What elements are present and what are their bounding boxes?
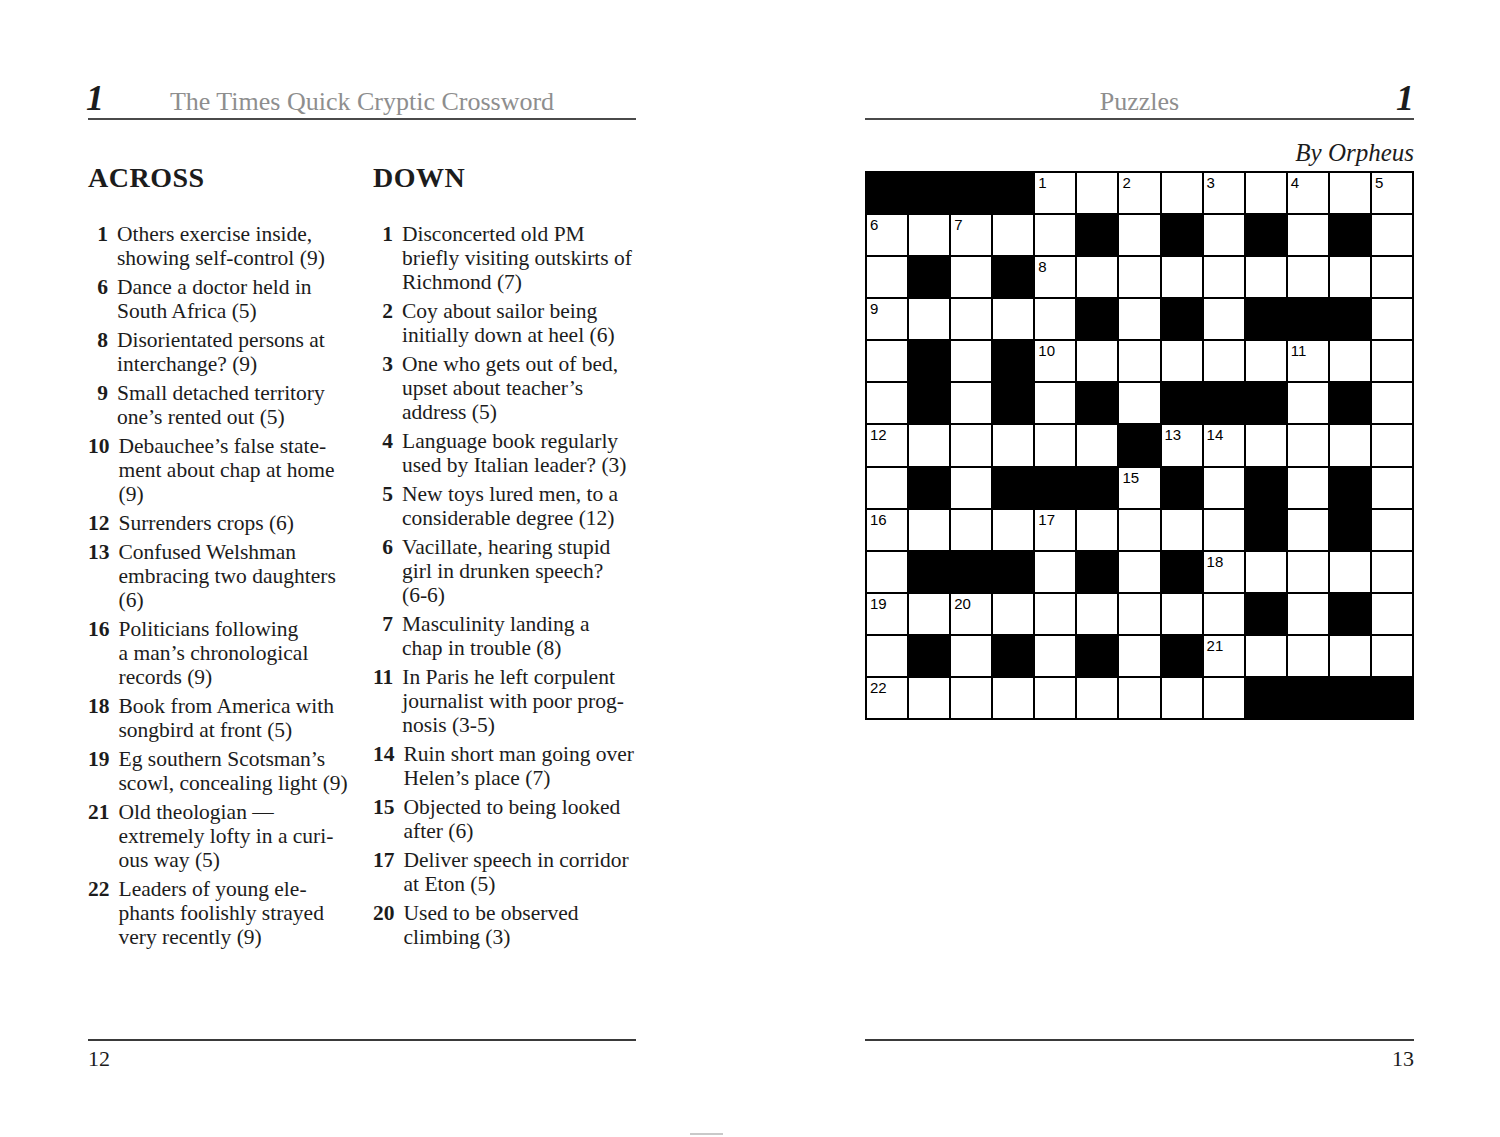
clue: 17Deliver speech in corridor at Eton (5) [373, 848, 675, 896]
white-cell [951, 636, 991, 676]
white-cell [909, 678, 949, 718]
black-cell [1288, 299, 1328, 339]
black-cell [1246, 594, 1286, 634]
white-cell [1288, 468, 1328, 508]
white-cell [1162, 510, 1202, 550]
clue: 16Politicians following a man’s chronolo… [88, 617, 373, 689]
clue: 20Used to be observed climbing (3) [373, 901, 675, 949]
black-cell [1162, 215, 1202, 255]
black-cell [993, 636, 1033, 676]
clue-text: Confused Welshman embracing two daughter… [119, 540, 336, 612]
clue-text: Book from America with songbird at front… [119, 694, 335, 742]
clue-text: Small detached territory one’s rented ou… [117, 381, 325, 429]
black-cell [1246, 299, 1286, 339]
black-cell [1330, 678, 1370, 718]
white-cell [1035, 552, 1075, 592]
across-section: ACROSS 1Others exercise inside, showing … [88, 164, 373, 954]
black-cell [1119, 425, 1159, 465]
black-cell [1162, 383, 1202, 423]
clue-number: 19 [88, 747, 110, 795]
grid-clue-number: 10 [1038, 341, 1055, 360]
clue: 4Language book regularly used by Italian… [373, 429, 675, 477]
white-cell [1077, 173, 1117, 213]
white-cell: 2 [1119, 173, 1159, 213]
black-cell [909, 383, 949, 423]
white-cell [1246, 552, 1286, 592]
grid-clue-number: 5 [1375, 173, 1383, 192]
white-cell: 5 [1372, 173, 1412, 213]
down-clue-list: 1Disconcerted old PM briefly visiting ou… [373, 222, 675, 949]
clue-number: 2 [373, 299, 393, 347]
black-cell [909, 636, 949, 676]
white-cell [1330, 552, 1370, 592]
clue-number: 4 [373, 429, 393, 477]
white-cell [1288, 510, 1328, 550]
white-cell [867, 468, 907, 508]
black-cell [1162, 299, 1202, 339]
white-cell [1162, 678, 1202, 718]
black-cell [909, 341, 949, 381]
clue-text: Language book regularly used by Italian … [402, 429, 626, 477]
black-cell [1077, 636, 1117, 676]
black-cell [909, 257, 949, 297]
white-cell [909, 299, 949, 339]
clue-number: 21 [88, 800, 110, 872]
black-cell [993, 383, 1033, 423]
white-cell [1119, 341, 1159, 381]
white-cell: 20 [951, 594, 991, 634]
clue: 15Objected to being looked after (6) [373, 795, 675, 843]
black-cell [993, 468, 1033, 508]
clue-text: Used to be observed climbing (3) [404, 901, 579, 949]
white-cell [1035, 383, 1075, 423]
page-fold-mark [690, 1133, 723, 1135]
left-footer-rule [88, 1039, 636, 1041]
white-cell: 11 [1288, 341, 1328, 381]
white-cell [1288, 215, 1328, 255]
white-cell [867, 257, 907, 297]
white-cell [909, 594, 949, 634]
white-cell [1035, 636, 1075, 676]
black-cell [909, 468, 949, 508]
white-cell: 14 [1204, 425, 1244, 465]
clue: 1Disconcerted old PM briefly visiting ou… [373, 222, 675, 294]
white-cell [1246, 636, 1286, 676]
black-cell [993, 341, 1033, 381]
clue-number: 12 [88, 511, 110, 535]
white-cell [1372, 510, 1412, 550]
white-cell [1035, 215, 1075, 255]
clue: 22Leaders of young ele- phants foolishly… [88, 877, 373, 949]
clue-number: 10 [88, 434, 110, 506]
black-cell [1330, 299, 1370, 339]
grid-clue-number: 9 [870, 299, 878, 318]
white-cell [1204, 215, 1244, 255]
clue-number: 1 [373, 222, 393, 294]
white-cell: 4 [1288, 173, 1328, 213]
white-cell [1119, 510, 1159, 550]
white-cell [993, 678, 1033, 718]
white-cell [1077, 425, 1117, 465]
across-heading: ACROSS [88, 164, 373, 192]
clue-text: Surrenders crops (6) [119, 511, 295, 535]
clue-text: Leaders of young ele- phants foolishly s… [119, 877, 324, 949]
clue-number: 9 [88, 381, 108, 429]
white-cell [951, 257, 991, 297]
clue-text: Deliver speech in corridor at Eton (5) [404, 848, 629, 896]
clue-text: Debauchee’s false state- ment about chap… [119, 434, 335, 506]
white-cell [1162, 173, 1202, 213]
clue-number: 11 [373, 665, 393, 737]
grid-clue-number: 11 [1291, 341, 1307, 360]
white-cell [1288, 425, 1328, 465]
clue: 11In Paris he left corpulent journalist … [373, 665, 675, 737]
white-cell [1330, 341, 1370, 381]
clue-number: 14 [373, 742, 395, 790]
white-cell [1372, 299, 1412, 339]
black-cell [1077, 552, 1117, 592]
white-cell [909, 425, 949, 465]
grid-clue-number: 13 [1165, 425, 1182, 444]
black-cell [909, 173, 949, 213]
clue-number: 5 [373, 482, 393, 530]
clue-text: Coy about sailor being initially down at… [402, 299, 615, 347]
white-cell [1330, 257, 1370, 297]
white-cell [993, 299, 1033, 339]
black-cell [1330, 468, 1370, 508]
clue: 2Coy about sailor being initially down a… [373, 299, 675, 347]
white-cell [993, 425, 1033, 465]
grid-clue-number: 3 [1207, 173, 1215, 192]
clue-text: Ruin short man going over Helen’s place … [404, 742, 635, 790]
white-cell [1246, 173, 1286, 213]
white-cell [867, 341, 907, 381]
black-cell [993, 173, 1033, 213]
white-cell: 6 [867, 215, 907, 255]
clue-number: 3 [373, 352, 393, 424]
clue: 9Small detached territory one’s rented o… [88, 381, 373, 429]
white-cell [1035, 299, 1075, 339]
clue-number: 13 [88, 540, 110, 612]
white-cell [1288, 257, 1328, 297]
black-cell [951, 173, 991, 213]
black-cell [1246, 215, 1286, 255]
white-cell [1372, 425, 1412, 465]
white-cell [993, 215, 1033, 255]
white-cell [1119, 257, 1159, 297]
right-page-number-top: 1 [865, 80, 1414, 116]
white-cell [1246, 341, 1286, 381]
white-cell [1372, 215, 1412, 255]
white-cell: 8 [1035, 257, 1075, 297]
across-clue-list: 1Others exercise inside, showing self-co… [88, 222, 373, 949]
white-cell [1204, 594, 1244, 634]
grid-clue-number: 21 [1207, 636, 1224, 655]
white-cell [1288, 552, 1328, 592]
white-cell [1162, 257, 1202, 297]
white-cell: 13 [1162, 425, 1202, 465]
black-cell [993, 257, 1033, 297]
white-cell [1035, 594, 1075, 634]
white-cell: 3 [1204, 173, 1244, 213]
white-cell [1077, 678, 1117, 718]
clue: 8Disorientated persons at interchange? (… [88, 328, 373, 376]
black-cell [867, 173, 907, 213]
clue-number: 22 [88, 877, 110, 949]
grid-clue-number: 22 [870, 678, 887, 697]
white-cell [867, 636, 907, 676]
black-cell [1077, 299, 1117, 339]
white-cell [1330, 636, 1370, 676]
white-cell: 16 [867, 510, 907, 550]
left-header-rule [88, 118, 636, 120]
clue-number: 18 [88, 694, 110, 742]
grid-clue-number: 20 [954, 594, 971, 613]
black-cell [1246, 468, 1286, 508]
crossword-grid: 12345678910111213141516171819202122 [865, 171, 1414, 720]
black-cell [1246, 383, 1286, 423]
clue-text: Old theologian — extremely lofty in a cu… [119, 800, 334, 872]
white-cell [1204, 299, 1244, 339]
white-cell [1372, 552, 1412, 592]
clue: 7Masculinity landing a chap in trouble (… [373, 612, 675, 660]
white-cell [951, 468, 991, 508]
clue-text: Dance a doctor held in South Africa (5) [117, 275, 312, 323]
black-cell [1077, 215, 1117, 255]
grid-clue-number: 17 [1038, 510, 1055, 529]
clue: 3One who gets out of bed, upset about te… [373, 352, 675, 424]
book-running-title: The Times Quick Cryptic Crossword [88, 88, 636, 117]
clue-number: 17 [373, 848, 395, 896]
grid-clue-number: 8 [1038, 257, 1046, 276]
white-cell [1372, 341, 1412, 381]
white-cell [1119, 594, 1159, 634]
white-cell [1162, 594, 1202, 634]
clue-text: One who gets out of bed, upset about tea… [402, 352, 618, 424]
clue-number: 8 [88, 328, 108, 376]
white-cell [909, 510, 949, 550]
white-cell [1204, 510, 1244, 550]
white-cell: 18 [1204, 552, 1244, 592]
white-cell: 21 [1204, 636, 1244, 676]
clue-text: In Paris he left corpulent journalist wi… [402, 665, 624, 737]
grid-clue-number: 18 [1207, 552, 1224, 571]
clue: 18Book from America with songbird at fro… [88, 694, 373, 742]
white-cell [1288, 636, 1328, 676]
black-cell [909, 552, 949, 592]
black-cell [1330, 594, 1370, 634]
grid-clue-number: 19 [870, 594, 887, 613]
white-cell [1035, 678, 1075, 718]
black-cell [1288, 678, 1328, 718]
black-cell [1035, 468, 1075, 508]
white-cell [1372, 383, 1412, 423]
black-cell [1330, 215, 1370, 255]
white-cell: 19 [867, 594, 907, 634]
clue-text: Masculinity landing a chap in trouble (8… [402, 612, 590, 660]
clue-number: 6 [88, 275, 108, 323]
down-section: DOWN 1Disconcerted old PM briefly visiti… [373, 164, 675, 954]
down-heading: DOWN [373, 164, 675, 192]
white-cell [1119, 552, 1159, 592]
clue: 6Dance a doctor held in South Africa (5) [88, 275, 373, 323]
white-cell [867, 552, 907, 592]
white-cell [1077, 341, 1117, 381]
white-cell [1330, 173, 1370, 213]
clue-text: New toys lured men, to a considerable de… [402, 482, 618, 530]
white-cell [909, 215, 949, 255]
white-cell [951, 299, 991, 339]
clue-text: Eg southern Scotsman’s scowl, concealing… [119, 747, 348, 795]
white-cell [1372, 257, 1412, 297]
white-cell: 1 [1035, 173, 1075, 213]
clue-number: 7 [373, 612, 393, 660]
white-cell [1162, 341, 1202, 381]
white-cell [1119, 215, 1159, 255]
clue-text: Objected to being looked after (6) [404, 795, 621, 843]
clue: 5New toys lured men, to a considerable d… [373, 482, 675, 530]
white-cell [1119, 299, 1159, 339]
clue: 1Others exercise inside, showing self-co… [88, 222, 373, 270]
white-cell [1372, 594, 1412, 634]
white-cell [1372, 636, 1412, 676]
white-cell [951, 425, 991, 465]
black-cell [1077, 468, 1117, 508]
white-cell [1119, 636, 1159, 676]
white-cell: 22 [867, 678, 907, 718]
black-cell [1204, 383, 1244, 423]
white-cell [951, 678, 991, 718]
clue-text: Disorientated persons at interchange? (9… [117, 328, 325, 376]
grid-clue-number: 7 [954, 215, 962, 234]
white-cell [1077, 510, 1117, 550]
black-cell [1246, 678, 1286, 718]
black-cell [1162, 552, 1202, 592]
grid-clue-number: 12 [870, 425, 887, 444]
grid-clue-number: 4 [1291, 173, 1299, 192]
black-cell [1330, 383, 1370, 423]
white-cell [951, 341, 991, 381]
white-cell [1204, 468, 1244, 508]
clue: 12Surrenders crops (6) [88, 511, 373, 535]
clue-text: Others exercise inside, showing self-con… [117, 222, 325, 270]
white-cell [1119, 678, 1159, 718]
white-cell [951, 510, 991, 550]
white-cell: 17 [1035, 510, 1075, 550]
grid-clue-number: 2 [1122, 173, 1130, 192]
white-cell: 10 [1035, 341, 1075, 381]
white-cell [1288, 383, 1328, 423]
right-page-number-bottom: 13 [865, 1046, 1414, 1072]
clue-number: 15 [373, 795, 395, 843]
grid-clue-number: 16 [870, 510, 887, 529]
clue: 19Eg southern Scotsman’s scowl, conceali… [88, 747, 373, 795]
clue: 14Ruin short man going over Helen’s plac… [373, 742, 675, 790]
grid-clue-number: 1 [1038, 173, 1046, 192]
grid-clue-number: 6 [870, 215, 878, 234]
white-cell: 15 [1119, 468, 1159, 508]
white-cell: 12 [867, 425, 907, 465]
black-cell [993, 552, 1033, 592]
black-cell [1077, 383, 1117, 423]
clue-number: 1 [88, 222, 108, 270]
black-cell [1162, 468, 1202, 508]
clue: 13Confused Welshman embracing two daught… [88, 540, 373, 612]
grid-clue-number: 15 [1122, 468, 1139, 487]
clue: 10Debauchee’s false state- ment about ch… [88, 434, 373, 506]
white-cell [951, 383, 991, 423]
clue-number: 16 [88, 617, 110, 689]
black-cell [1330, 510, 1370, 550]
white-cell [1288, 594, 1328, 634]
white-cell [1119, 383, 1159, 423]
white-cell [1330, 425, 1370, 465]
white-cell: 7 [951, 215, 991, 255]
white-cell [1372, 468, 1412, 508]
right-header-rule [865, 118, 1414, 120]
white-cell: 9 [867, 299, 907, 339]
white-cell [1077, 257, 1117, 297]
white-cell [1246, 257, 1286, 297]
white-cell [1204, 678, 1244, 718]
white-cell [1246, 425, 1286, 465]
clue-number: 20 [373, 901, 395, 949]
white-cell [867, 383, 907, 423]
clue-number: 6 [373, 535, 393, 607]
white-cell [1077, 594, 1117, 634]
black-cell [1372, 678, 1412, 718]
black-cell [1246, 510, 1286, 550]
right-footer-rule [865, 1039, 1414, 1041]
white-cell [1204, 257, 1244, 297]
clue: 21Old theologian — extremely lofty in a … [88, 800, 373, 872]
left-page-number-bottom: 12 [88, 1046, 110, 1072]
clue-text: Vacillate, hearing stupid girl in drunke… [402, 535, 610, 607]
clue-text: Politicians following a man’s chronologi… [119, 617, 309, 689]
black-cell [1162, 636, 1202, 676]
white-cell [1035, 425, 1075, 465]
setter-byline: By Orpheus [865, 139, 1414, 167]
grid-clue-number: 14 [1207, 425, 1224, 444]
clue: 6Vacillate, hearing stupid girl in drunk… [373, 535, 675, 607]
white-cell [993, 594, 1033, 634]
white-cell [1204, 341, 1244, 381]
clue-text: Disconcerted old PM briefly visiting out… [402, 222, 632, 294]
white-cell [993, 510, 1033, 550]
black-cell [951, 552, 991, 592]
